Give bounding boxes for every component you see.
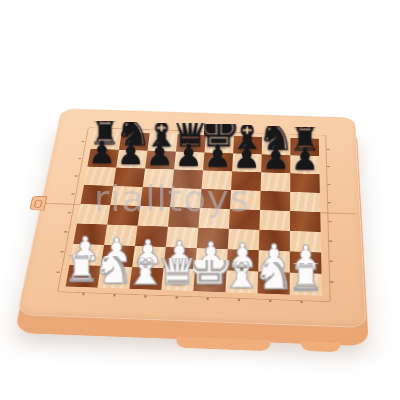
board-square [91, 132, 122, 150]
board-square [81, 185, 114, 205]
board-square [172, 169, 203, 188]
frame-markings [68, 292, 317, 303]
board-square [87, 149, 119, 168]
board-square [230, 190, 261, 210]
board-square [116, 150, 147, 169]
board-square [84, 167, 116, 186]
board-square [200, 189, 231, 209]
chess-piece-white-rook: ♜ [290, 263, 322, 295]
board-square [262, 137, 291, 155]
board-square [110, 186, 142, 206]
board-square [170, 188, 201, 208]
board-square [113, 168, 145, 187]
board-square [290, 138, 319, 156]
board-square [119, 132, 150, 150]
case-tab [301, 341, 341, 352]
product-photo: ♜♞♝♛♚♝♞♜♟♟♟♟♟♟♟♟♟♟♟♟♟♟♟♟♜♞♝♛♚♝♞♜ riallto… [0, 0, 400, 400]
board-square [147, 133, 177, 151]
board-square [231, 171, 261, 191]
chess-board-case: ♜♞♝♛♚♝♞♜♟♟♟♟♟♟♟♟♟♟♟♟♟♟♟♟♜♞♝♛♚♝♞♜ [17, 108, 367, 328]
board-square [233, 136, 262, 154]
board-square [140, 187, 172, 207]
board-square [204, 135, 234, 153]
board-square [176, 134, 206, 152]
board-square [261, 154, 290, 173]
product-photo-scene: ♜♞♝♛♚♝♞♜♟♟♟♟♟♟♟♟♟♟♟♟♟♟♟♟♜♞♝♛♚♝♞♜ [0, 0, 400, 400]
board-square [232, 153, 262, 172]
board-square [174, 152, 204, 171]
board-square [203, 152, 233, 171]
board-square [143, 169, 174, 188]
board-square [145, 151, 176, 170]
chess-piece-white-knight: ♞ [258, 262, 290, 294]
board-square [202, 170, 233, 189]
hinge-latch-icon [29, 196, 47, 211]
case-tab [176, 337, 270, 352]
board-square [261, 172, 291, 192]
frame-markings [326, 141, 333, 293]
board-square [290, 173, 320, 193]
board-square [290, 155, 319, 174]
